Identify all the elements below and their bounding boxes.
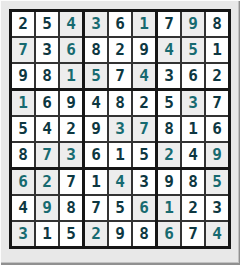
cell-r7c7[interactable]: 9 [158,170,180,194]
cell-r2c8[interactable]: 5 [182,38,204,62]
cell-r1c7[interactable]: 7 [158,12,180,36]
sudoku-box-2: 361829574 [85,12,155,88]
cell-r9c1[interactable]: 3 [12,222,34,246]
cell-r6c7[interactable]: 2 [158,143,180,167]
cell-r8c9[interactable]: 3 [206,196,228,220]
cell-r9c2[interactable]: 1 [36,222,58,246]
cell-r4c2[interactable]: 6 [36,91,58,115]
cell-r3c8[interactable]: 6 [182,64,204,88]
cell-r7c6[interactable]: 3 [133,170,155,194]
cell-r9c6[interactable]: 8 [133,222,155,246]
cell-r4c7[interactable]: 5 [158,91,180,115]
sudoku-board: 2547369813618295747984513621695428734829… [9,9,231,249]
cell-r9c8[interactable]: 7 [182,222,204,246]
cell-r6c5[interactable]: 1 [109,143,131,167]
sudoku-box-9: 985123674 [158,170,228,246]
cell-r6c2[interactable]: 7 [36,143,58,167]
cell-r9c5[interactable]: 9 [109,222,131,246]
cell-r7c3[interactable]: 7 [60,170,82,194]
cell-r8c6[interactable]: 6 [133,196,155,220]
cell-r2c4[interactable]: 8 [85,38,107,62]
sudoku-box-6: 537816249 [158,91,228,167]
cell-r2c3[interactable]: 6 [60,38,82,62]
cell-r8c3[interactable]: 8 [60,196,82,220]
cell-r8c4[interactable]: 7 [85,196,107,220]
cell-r3c9[interactable]: 2 [206,64,228,88]
cell-r8c8[interactable]: 2 [182,196,204,220]
cell-r3c7[interactable]: 3 [158,64,180,88]
cell-r1c3[interactable]: 4 [60,12,82,36]
cell-r9c3[interactable]: 5 [60,222,82,246]
cell-r7c5[interactable]: 4 [109,170,131,194]
cell-r1c1[interactable]: 2 [12,12,34,36]
sudoku-box-7: 627498315 [12,170,82,246]
cell-r5c1[interactable]: 5 [12,117,34,141]
cell-r2c2[interactable]: 3 [36,38,58,62]
cell-r2c7[interactable]: 4 [158,38,180,62]
cell-r3c4[interactable]: 5 [85,64,107,88]
cell-r4c9[interactable]: 7 [206,91,228,115]
sudoku-box-8: 143756298 [85,170,155,246]
cell-r3c2[interactable]: 8 [36,64,58,88]
cell-r5c3[interactable]: 2 [60,117,82,141]
cell-r5c2[interactable]: 4 [36,117,58,141]
sudoku-box-5: 482937615 [85,91,155,167]
cell-r1c9[interactable]: 8 [206,12,228,36]
cell-r4c3[interactable]: 9 [60,91,82,115]
cell-r6c6[interactable]: 5 [133,143,155,167]
cell-r4c6[interactable]: 2 [133,91,155,115]
cell-r6c8[interactable]: 4 [182,143,204,167]
cell-r2c5[interactable]: 2 [109,38,131,62]
cell-r5c7[interactable]: 8 [158,117,180,141]
cell-r6c1[interactable]: 8 [12,143,34,167]
cell-r3c5[interactable]: 7 [109,64,131,88]
cell-r7c9[interactable]: 5 [206,170,228,194]
cell-r3c3[interactable]: 1 [60,64,82,88]
cell-r8c5[interactable]: 5 [109,196,131,220]
cell-r9c9[interactable]: 4 [206,222,228,246]
cell-r9c7[interactable]: 6 [158,222,180,246]
sudoku-window-panel: 2547369813618295747984513621695428734829… [0,0,240,265]
cell-r8c2[interactable]: 9 [36,196,58,220]
cell-r8c1[interactable]: 4 [12,196,34,220]
cell-r1c4[interactable]: 3 [85,12,107,36]
cell-r6c4[interactable]: 6 [85,143,107,167]
cell-r4c8[interactable]: 3 [182,91,204,115]
cell-r1c6[interactable]: 1 [133,12,155,36]
cell-r5c4[interactable]: 9 [85,117,107,141]
cell-r1c8[interactable]: 9 [182,12,204,36]
sudoku-box-1: 254736981 [12,12,82,88]
cell-r6c3[interactable]: 3 [60,143,82,167]
cell-r2c6[interactable]: 9 [133,38,155,62]
cell-r1c2[interactable]: 5 [36,12,58,36]
cell-r5c5[interactable]: 3 [109,117,131,141]
sudoku-box-4: 169542873 [12,91,82,167]
cell-r4c1[interactable]: 1 [12,91,34,115]
cell-r1c5[interactable]: 6 [109,12,131,36]
cell-r5c8[interactable]: 1 [182,117,204,141]
sudoku-box-3: 798451362 [158,12,228,88]
cell-r2c9[interactable]: 1 [206,38,228,62]
cell-r3c6[interactable]: 4 [133,64,155,88]
cell-r7c1[interactable]: 6 [12,170,34,194]
cell-r4c4[interactable]: 4 [85,91,107,115]
cell-r4c5[interactable]: 8 [109,91,131,115]
cell-r9c4[interactable]: 2 [85,222,107,246]
cell-r8c7[interactable]: 1 [158,196,180,220]
cell-r6c9[interactable]: 9 [206,143,228,167]
cell-r2c1[interactable]: 7 [12,38,34,62]
cell-r3c1[interactable]: 9 [12,64,34,88]
cell-r5c6[interactable]: 7 [133,117,155,141]
cell-r7c2[interactable]: 2 [36,170,58,194]
cell-r7c4[interactable]: 1 [85,170,107,194]
cell-r5c9[interactable]: 6 [206,117,228,141]
cell-r7c8[interactable]: 8 [182,170,204,194]
